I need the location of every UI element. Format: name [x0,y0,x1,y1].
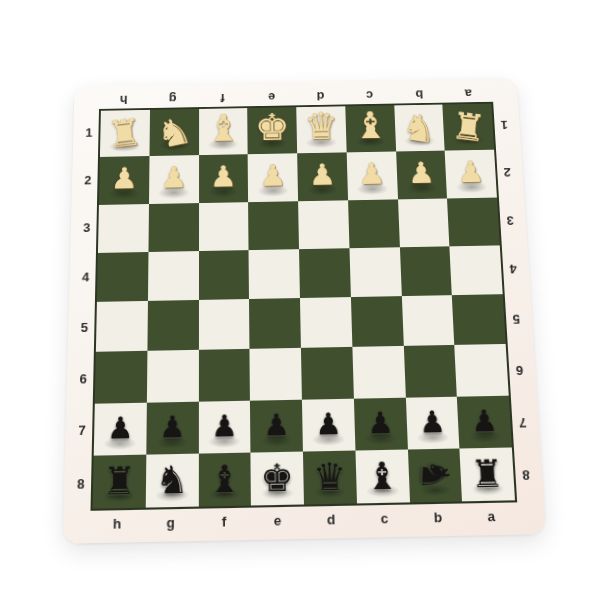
piece-white-pawn-c2[interactable]: ♟ [358,159,386,189]
file-label-top-e: e [247,89,296,104]
square-e7[interactable]: ♟ [250,399,303,452]
rank-label-left-5: 5 [74,302,95,353]
square-e3[interactable] [248,201,299,250]
piece-white-pawn-e2[interactable]: ♟ [259,161,287,191]
rank-label-right-4: 4 [502,244,525,294]
file-label-top-a: a [443,86,493,101]
square-h6[interactable] [95,351,147,403]
square-e1[interactable]: ♚ [247,107,297,154]
square-a7[interactable]: ♟ [457,395,512,448]
square-b3[interactable] [398,198,450,247]
rank-label-right-1: 1 [493,101,515,148]
square-a2[interactable]: ♟ [445,150,497,198]
rank-label-right-8: 8 [514,448,538,502]
square-h4[interactable] [97,252,148,302]
piece-black-pawn-c7[interactable]: ♟ [367,408,395,439]
piece-black-pawn-d7[interactable]: ♟ [315,409,342,440]
file-label-bottom-d: d [304,510,358,527]
square-a5[interactable] [452,294,506,345]
square-d5[interactable] [300,297,352,348]
square-f1[interactable]: ♝ [199,108,248,155]
board-grid: ♜♞♝♚♛♝♞♜♟♟♟♟♟♟♟♟♟♟♟♟♟♟♟♟♜♞♝♚♛♝♞♜ [91,102,518,511]
square-c8[interactable]: ♝ [355,449,409,503]
square-g5[interactable] [147,300,198,351]
square-c5[interactable] [351,296,404,347]
square-b4[interactable] [399,246,452,296]
square-e6[interactable] [250,348,302,400]
square-h5[interactable] [96,301,148,352]
square-g6[interactable] [147,350,199,402]
piece-black-pawn-g7[interactable]: ♟ [159,412,186,443]
square-c1[interactable]: ♝ [345,105,396,152]
file-label-top-g: g [148,91,197,106]
rank-label-right-2: 2 [496,148,518,196]
square-h1[interactable]: ♜ [100,110,150,157]
file-label-bottom-f: f [197,512,251,529]
piece-white-king-e1[interactable]: ♚ [255,108,290,145]
square-g7[interactable]: ♟ [146,401,198,454]
piece-black-knight-g8[interactable]: ♞ [155,461,189,500]
rank-label-right-7: 7 [511,396,535,449]
piece-black-queen-d8[interactable]: ♛ [313,458,347,497]
piece-black-king-e8[interactable]: ♚ [260,459,294,498]
piece-white-knight-b1[interactable]: ♞ [399,107,438,149]
square-a6[interactable] [455,344,509,396]
rank-label-left-8: 8 [70,457,92,511]
rank-label-left-2: 2 [77,156,98,204]
file-label-bottom-g: g [144,514,198,531]
file-label-top-f: f [198,90,247,105]
square-c3[interactable] [348,199,400,248]
file-label-bottom-e: e [251,511,305,528]
piece-white-rook-h1[interactable]: ♜ [106,113,144,154]
rank-label-right-6: 6 [508,344,531,396]
square-b1[interactable]: ♞ [394,105,445,152]
square-g8[interactable]: ♞ [145,453,198,507]
square-e5[interactable] [249,298,301,349]
square-d6[interactable] [301,347,354,399]
square-g4[interactable] [148,251,199,301]
piece-white-pawn-d2[interactable]: ♟ [308,160,336,190]
rank-label-left-1: 1 [79,109,99,156]
rank-label-left-6: 6 [72,353,94,405]
piece-black-knight-b8[interactable]: ♞ [415,457,454,494]
square-a3[interactable] [447,197,500,246]
rank-label-left-7: 7 [71,404,93,457]
file-label-bottom-b: b [411,508,465,525]
square-h2[interactable]: ♟ [99,156,149,204]
piece-black-rook-h8[interactable]: ♜ [102,462,136,501]
square-f4[interactable] [198,250,249,300]
square-c6[interactable] [352,346,405,398]
piece-black-rook-a8[interactable]: ♜ [470,455,505,494]
square-c4[interactable] [349,247,401,297]
square-b6[interactable] [403,345,457,397]
piece-white-rook-a1[interactable]: ♜ [449,107,487,148]
piece-white-pawn-a2[interactable]: ♟ [456,157,485,187]
rank-label-right-5: 5 [505,294,528,345]
chess-mat: hgfedcba 12345678 ♜♞♝♚♛♝♞♜♟♟♟♟♟♟♟♟♟♟♟♟♟♟… [63,78,547,544]
rank-label-left-3: 3 [76,204,97,253]
file-label-top-h: h [99,92,148,107]
square-h7[interactable]: ♟ [94,402,147,455]
piece-black-pawn-f7[interactable]: ♟ [211,411,238,442]
square-h3[interactable] [98,204,149,253]
piece-white-bishop-f1[interactable]: ♝ [206,109,241,146]
square-e2[interactable]: ♟ [248,154,298,202]
rank-label-left-4: 4 [75,252,96,302]
file-label-bottom-h: h [90,515,144,532]
square-d1[interactable]: ♛ [296,106,346,153]
piece-white-pawn-g2[interactable]: ♟ [160,163,187,193]
square-d3[interactable] [298,200,349,249]
piece-black-pawn-e7[interactable]: ♟ [263,410,290,441]
piece-black-pawn-h7[interactable]: ♟ [107,413,134,444]
square-g2[interactable]: ♟ [149,155,199,203]
square-g1[interactable]: ♞ [149,109,198,156]
piece-white-pawn-h2[interactable]: ♟ [110,164,138,194]
square-d4[interactable] [299,248,351,298]
square-f5[interactable] [198,299,249,350]
file-label-top-b: b [394,87,444,102]
piece-white-pawn-b2[interactable]: ♟ [407,158,435,188]
piece-black-pawn-b7[interactable]: ♟ [418,407,446,438]
square-a8[interactable]: ♜ [460,447,515,501]
square-g3[interactable] [148,203,198,252]
file-label-top-c: c [345,88,395,103]
square-e8[interactable]: ♚ [251,451,304,505]
square-f2[interactable]: ♟ [199,154,249,202]
piece-black-bishop-f8[interactable]: ♝ [208,460,242,499]
square-a4[interactable] [450,245,503,295]
square-c7[interactable]: ♟ [354,397,408,450]
file-label-bottom-a: a [464,507,518,524]
square-d7[interactable]: ♟ [302,398,355,451]
square-h8[interactable]: ♜ [93,454,146,508]
square-a1[interactable]: ♜ [443,104,495,151]
square-f3[interactable] [199,202,249,251]
piece-white-bishop-c1[interactable]: ♝ [352,107,388,144]
mat-inner: hgfedcba 12345678 ♜♞♝♚♛♝♞♜♟♟♟♟♟♟♟♟♟♟♟♟♟♟… [69,83,540,537]
piece-white-knight-g1[interactable]: ♞ [153,111,195,154]
piece-black-bishop-c8[interactable]: ♝ [365,457,400,496]
photo-scene: hgfedcba 12345678 ♜♞♝♚♛♝♞♜♟♟♟♟♟♟♟♟♟♟♟♟♟♟… [0,0,600,600]
square-c2[interactable]: ♟ [346,152,397,200]
rank-label-right-3: 3 [499,196,522,245]
square-e4[interactable] [249,249,300,299]
square-b5[interactable] [401,295,454,346]
file-label-top-d: d [296,89,345,104]
square-b8[interactable]: ♞ [407,448,462,502]
piece-white-pawn-f2[interactable]: ♟ [210,162,237,192]
piece-white-queen-d1[interactable]: ♛ [303,107,339,144]
square-b2[interactable]: ♟ [396,151,448,199]
square-f8[interactable]: ♝ [198,452,251,506]
square-f7[interactable]: ♟ [198,400,250,453]
square-f6[interactable] [198,349,250,401]
square-d8[interactable]: ♛ [303,450,357,504]
square-d2[interactable]: ♟ [297,153,348,201]
file-label-bottom-c: c [357,509,411,526]
piece-black-pawn-a7[interactable]: ♟ [470,406,498,437]
square-b7[interactable]: ♟ [405,396,459,449]
